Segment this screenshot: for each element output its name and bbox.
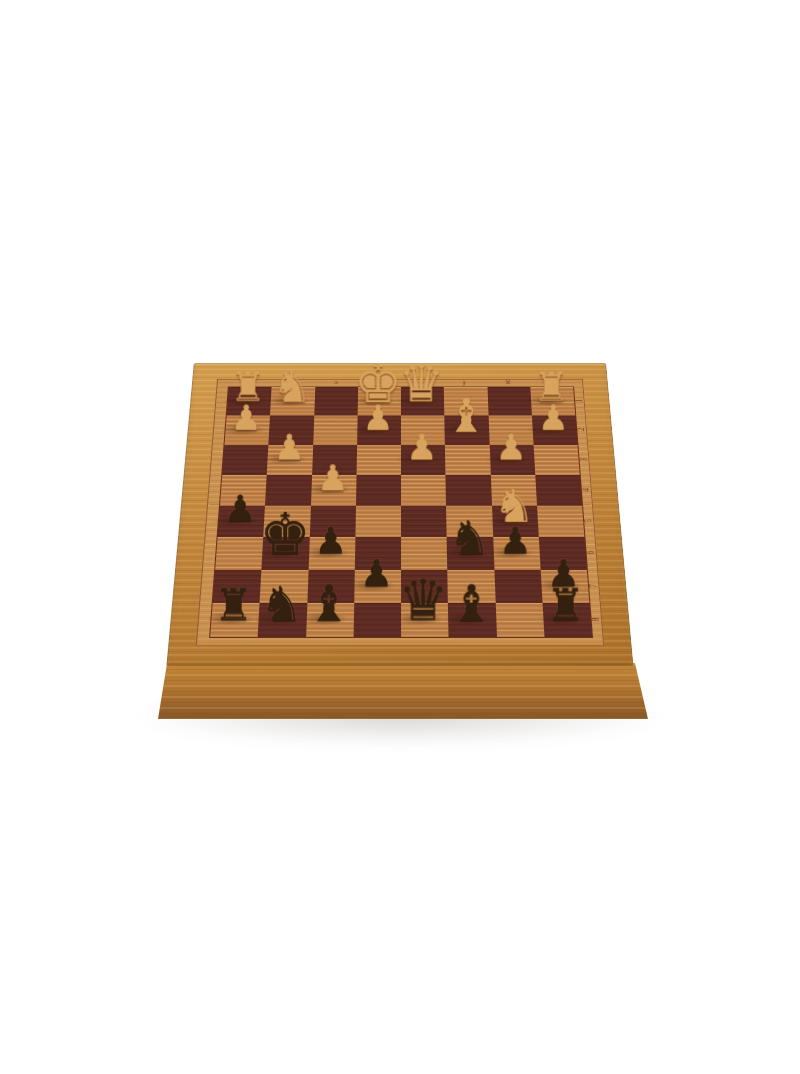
file-label: c <box>314 379 357 386</box>
square-a3 <box>533 445 579 475</box>
square-f3 <box>312 445 357 475</box>
square-d4 <box>401 475 446 506</box>
file-label: e <box>400 379 443 386</box>
square-c2 <box>445 416 490 445</box>
square-e2 <box>357 416 401 445</box>
square-b2 <box>488 416 533 445</box>
piece-black-bishop: ♝ <box>447 602 495 636</box>
square-c3 <box>445 445 490 475</box>
file-label: d <box>357 379 400 386</box>
square-e4 <box>356 475 401 506</box>
square-b3 <box>489 445 535 475</box>
piece-black-king: ♚ <box>261 537 309 569</box>
square-g3 <box>267 445 313 475</box>
square-b1 <box>487 387 532 416</box>
photo-scene: abcdefgh 12345678 ♜♞♚♛♜♟♟♝♟♟♟♟♟♟♞♚♟♞♟♟♟♜… <box>0 0 800 1074</box>
square-d3 <box>401 445 446 475</box>
square-d2 <box>401 416 445 445</box>
frame-side-face <box>150 663 652 719</box>
square-f1 <box>314 387 358 416</box>
black-bishop-glyph: ♝ <box>433 578 509 628</box>
square-e3 <box>356 445 401 475</box>
file-label: h <box>529 379 572 386</box>
square-g1 <box>270 387 315 416</box>
square-h3 <box>222 445 268 475</box>
square-h1 <box>227 387 272 416</box>
piece-black-knight: ♞ <box>257 602 306 636</box>
square-h2 <box>224 416 270 445</box>
square-f2 <box>313 416 358 445</box>
square-e1 <box>357 387 401 416</box>
square-a1 <box>530 387 575 416</box>
black-knight-glyph: ♞ <box>432 514 506 561</box>
square-c1 <box>444 387 488 416</box>
square-a2 <box>532 416 578 445</box>
chess-board: abcdefgh 12345678 ♜♞♚♛♜♟♟♝♟♟♟♟♟♟♞♚♟♞♟♟♟♜… <box>166 363 633 666</box>
file-label: b <box>271 379 314 386</box>
square-f4 <box>310 475 356 506</box>
file-label: a <box>228 379 271 386</box>
file-labels: abcdefgh <box>228 379 572 386</box>
square-d1 <box>401 387 445 416</box>
file-label: g <box>486 379 529 386</box>
piece-black-knight: ♞ <box>446 537 493 569</box>
piece-black-rook: ♜ <box>541 602 591 636</box>
product-photo: abcdefgh 12345678 ♜♞♚♛♜♟♟♝♟♟♟♟♟♟♞♚♟♞♟♟♟♜… <box>0 0 800 1074</box>
square-g2 <box>269 416 314 445</box>
file-label: f <box>443 379 486 386</box>
